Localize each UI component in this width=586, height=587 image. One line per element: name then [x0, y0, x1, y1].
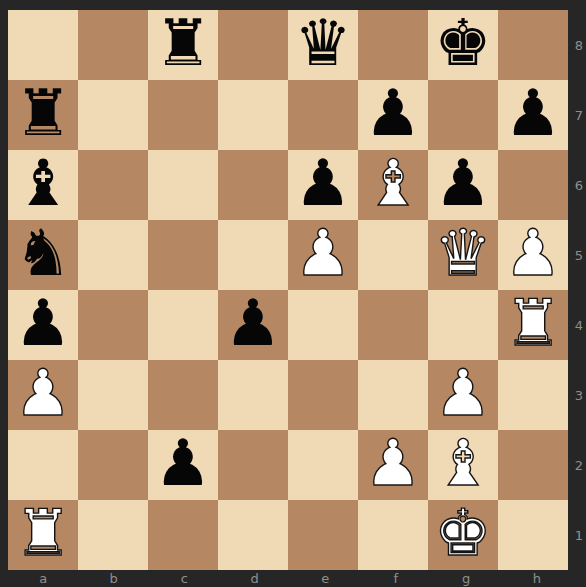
square-g2[interactable]: ♝ [428, 430, 498, 500]
square-a7[interactable]: ♜ [8, 80, 78, 150]
square-h4[interactable]: ♜ [498, 290, 568, 360]
square-b5[interactable] [78, 220, 148, 290]
file-label-a: a [8, 570, 79, 587]
black-pawn[interactable]: ♟ [504, 78, 561, 148]
square-h5[interactable]: ♟ [498, 220, 568, 290]
square-g5[interactable]: ♛ [428, 220, 498, 290]
square-h3[interactable] [498, 360, 568, 430]
square-b8[interactable] [78, 10, 148, 80]
square-f1[interactable] [358, 500, 428, 570]
square-c8[interactable]: ♜ [148, 10, 218, 80]
black-pawn[interactable]: ♟ [364, 78, 421, 148]
rank-label-2: 2 [572, 430, 586, 500]
white-pawn[interactable]: ♟ [294, 218, 351, 288]
square-a2[interactable] [8, 430, 78, 500]
black-king[interactable]: ♚ [434, 8, 491, 78]
white-pawn[interactable]: ♟ [364, 428, 421, 498]
square-h2[interactable] [498, 430, 568, 500]
black-pawn[interactable]: ♟ [154, 428, 211, 498]
rank-label-1: 1 [572, 500, 586, 570]
white-pawn[interactable]: ♟ [504, 218, 561, 288]
white-pawn[interactable]: ♟ [434, 358, 491, 428]
square-e5[interactable]: ♟ [288, 220, 358, 290]
square-f8[interactable] [358, 10, 428, 80]
black-rook[interactable]: ♜ [154, 8, 211, 78]
rank-labels: 87654321 [572, 10, 586, 570]
rank-label-6: 6 [572, 150, 586, 220]
square-a6[interactable]: ♝ [8, 150, 78, 220]
square-d7[interactable] [218, 80, 288, 150]
square-g8[interactable]: ♚ [428, 10, 498, 80]
square-a3[interactable]: ♟ [8, 360, 78, 430]
file-label-h: h [502, 570, 573, 587]
square-e3[interactable] [288, 360, 358, 430]
chess-board[interactable]: ♜♛♚♜♟♟♝♟♝♟♞♟♛♟♟♟♜♟♟♟♟♝♜♚ [8, 10, 568, 570]
file-label-e: e [290, 570, 361, 587]
black-pawn[interactable]: ♟ [434, 148, 491, 218]
square-d2[interactable] [218, 430, 288, 500]
white-bishop[interactable]: ♝ [434, 428, 491, 498]
rank-label-5: 5 [572, 220, 586, 290]
square-h8[interactable] [498, 10, 568, 80]
square-g7[interactable] [428, 80, 498, 150]
square-e2[interactable] [288, 430, 358, 500]
rank-label-3: 3 [572, 360, 586, 430]
square-b1[interactable] [78, 500, 148, 570]
black-queen[interactable]: ♛ [294, 8, 351, 78]
square-f6[interactable]: ♝ [358, 150, 428, 220]
black-knight[interactable]: ♞ [14, 218, 71, 288]
white-bishop[interactable]: ♝ [364, 148, 421, 218]
square-c4[interactable] [148, 290, 218, 360]
file-label-g: g [431, 570, 502, 587]
square-e6[interactable]: ♟ [288, 150, 358, 220]
square-d6[interactable] [218, 150, 288, 220]
file-label-c: c [149, 570, 220, 587]
square-b2[interactable] [78, 430, 148, 500]
square-c6[interactable] [148, 150, 218, 220]
square-d4[interactable]: ♟ [218, 290, 288, 360]
square-e4[interactable] [288, 290, 358, 360]
square-e1[interactable] [288, 500, 358, 570]
square-e8[interactable]: ♛ [288, 10, 358, 80]
square-h6[interactable] [498, 150, 568, 220]
square-d5[interactable] [218, 220, 288, 290]
square-d8[interactable] [218, 10, 288, 80]
square-c2[interactable]: ♟ [148, 430, 218, 500]
square-h1[interactable] [498, 500, 568, 570]
file-label-f: f [361, 570, 432, 587]
black-pawn[interactable]: ♟ [14, 288, 71, 358]
file-label-b: b [79, 570, 150, 587]
square-b3[interactable] [78, 360, 148, 430]
square-c1[interactable] [148, 500, 218, 570]
square-g3[interactable]: ♟ [428, 360, 498, 430]
square-g1[interactable]: ♚ [428, 500, 498, 570]
square-b7[interactable] [78, 80, 148, 150]
chess-app-canvas: ♜♛♚♜♟♟♝♟♝♟♞♟♛♟♟♟♜♟♟♟♟♝♜♚ 87654321 abcdef… [0, 0, 586, 587]
square-f3[interactable] [358, 360, 428, 430]
rank-label-7: 7 [572, 80, 586, 150]
square-c7[interactable] [148, 80, 218, 150]
square-b6[interactable] [78, 150, 148, 220]
square-c3[interactable] [148, 360, 218, 430]
square-g6[interactable]: ♟ [428, 150, 498, 220]
square-a4[interactable]: ♟ [8, 290, 78, 360]
black-bishop[interactable]: ♝ [14, 148, 71, 218]
square-f2[interactable]: ♟ [358, 430, 428, 500]
square-f5[interactable] [358, 220, 428, 290]
white-pawn[interactable]: ♟ [14, 358, 71, 428]
white-rook[interactable]: ♜ [504, 288, 561, 358]
square-f4[interactable] [358, 290, 428, 360]
square-b4[interactable] [78, 290, 148, 360]
square-c5[interactable] [148, 220, 218, 290]
rank-label-8: 8 [572, 10, 586, 80]
square-a8[interactable] [8, 10, 78, 80]
square-h7[interactable]: ♟ [498, 80, 568, 150]
square-e7[interactable] [288, 80, 358, 150]
square-d3[interactable] [218, 360, 288, 430]
square-g4[interactable] [428, 290, 498, 360]
black-pawn[interactable]: ♟ [294, 148, 351, 218]
black-pawn[interactable]: ♟ [224, 288, 281, 358]
square-a1[interactable]: ♜ [8, 500, 78, 570]
rank-label-4: 4 [572, 290, 586, 360]
white-queen[interactable]: ♛ [434, 218, 491, 288]
square-f7[interactable]: ♟ [358, 80, 428, 150]
file-label-d: d [220, 570, 291, 587]
square-d1[interactable] [218, 500, 288, 570]
white-king[interactable]: ♚ [434, 498, 491, 568]
file-labels: abcdefgh [8, 570, 572, 587]
black-rook[interactable]: ♜ [14, 78, 71, 148]
white-rook[interactable]: ♜ [14, 498, 71, 568]
square-a5[interactable]: ♞ [8, 220, 78, 290]
